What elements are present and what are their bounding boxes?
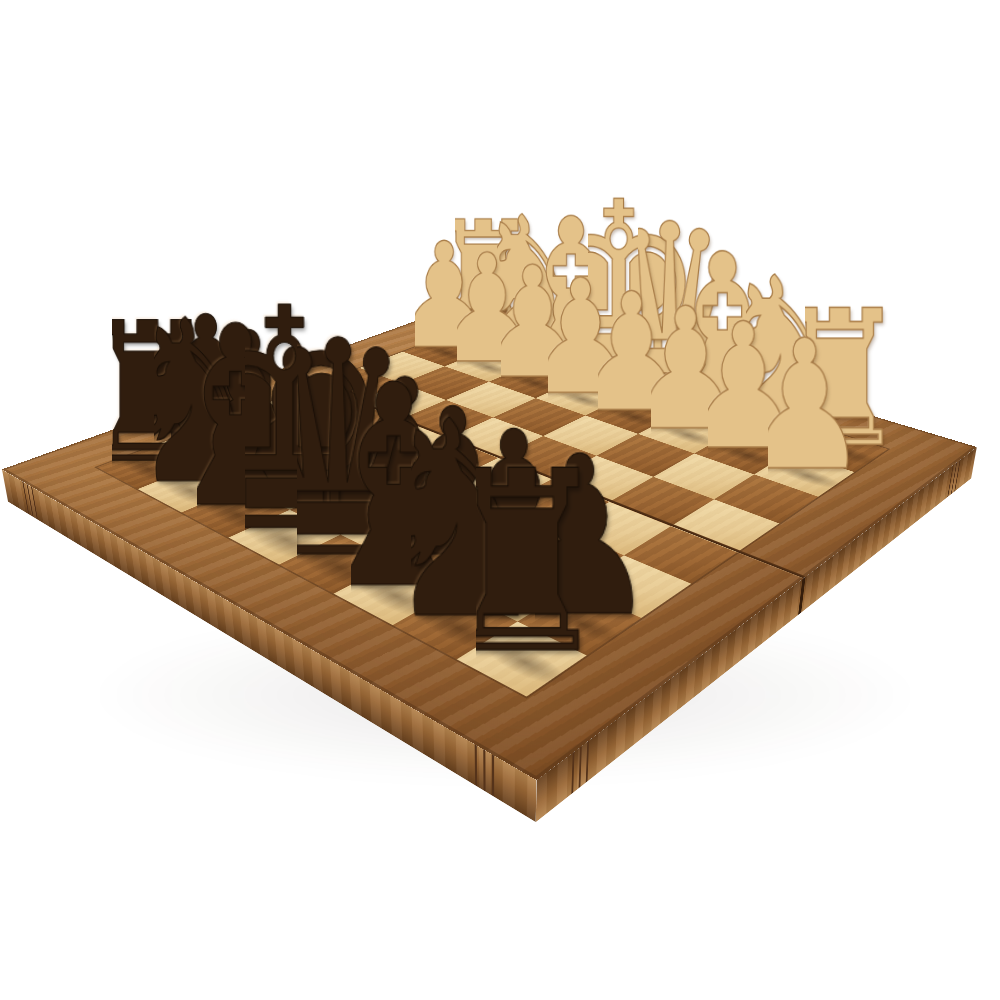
white-knight-b1: ♞ <box>746 270 813 430</box>
chess-board: ♜♞♝♚♛♝♞♜♟♟♟♟♟♟♟♟♟♟♟♟♟♟♟♟♜♞♝♚♛♝♞♜ <box>2 298 977 780</box>
product-photo-stage: ♜♞♝♚♛♝♞♜♟♟♟♟♟♟♟♟♟♟♟♟♟♟♟♟♜♞♝♚♛♝♞♜ <box>0 0 1000 1000</box>
white-bishop-f1: ♝ <box>541 211 601 364</box>
scene-3d: ♜♞♝♚♛♝♞♜♟♟♟♟♟♟♟♟♟♟♟♟♟♟♟♟♜♞♝♚♛♝♞♜ <box>0 0 1000 1000</box>
piece-glyph: ♜ <box>428 218 538 338</box>
white-queen-d1: ♛ <box>638 216 701 395</box>
white-bishop-c1: ♝ <box>690 246 755 413</box>
white-rook-a1: ♜ <box>805 304 874 450</box>
white-king-e1: ♚ <box>588 193 649 379</box>
white-rook-h1: ♜ <box>455 216 511 336</box>
